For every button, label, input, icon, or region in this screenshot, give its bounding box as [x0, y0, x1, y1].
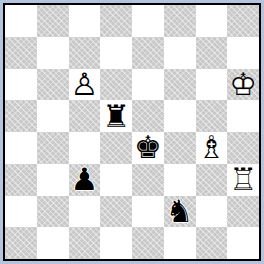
square-d7[interactable] [100, 37, 132, 69]
square-a2[interactable] [5, 196, 37, 228]
square-g6[interactable] [196, 69, 228, 101]
white-king-icon: ♔ [227, 69, 259, 101]
square-c4[interactable] [69, 132, 101, 164]
square-b4[interactable] [37, 132, 69, 164]
square-e3[interactable] [132, 164, 164, 196]
square-f8[interactable] [164, 5, 196, 37]
square-d6[interactable] [100, 69, 132, 101]
square-d8[interactable] [100, 5, 132, 37]
white-rook-icon: ♖ [227, 164, 259, 196]
square-f5[interactable] [164, 100, 196, 132]
white-king-fill-icon: ♚ [227, 69, 259, 101]
square-g2[interactable] [196, 196, 228, 228]
black-pawn-icon: ♟ [69, 164, 101, 196]
square-g7[interactable] [196, 37, 228, 69]
square-c2[interactable] [69, 196, 101, 228]
square-h6[interactable]: ♚♔ [227, 69, 259, 101]
square-h2[interactable] [227, 196, 259, 228]
square-f2[interactable]: ♞ [164, 196, 196, 228]
square-a3[interactable] [5, 164, 37, 196]
square-g4[interactable]: ♝♗ [196, 132, 228, 164]
square-c8[interactable] [69, 5, 101, 37]
white-bishop-icon: ♗ [196, 132, 228, 164]
square-a8[interactable] [5, 5, 37, 37]
square-e5[interactable] [132, 100, 164, 132]
square-b2[interactable] [37, 196, 69, 228]
square-f4[interactable] [164, 132, 196, 164]
square-g1[interactable] [196, 227, 228, 259]
square-c7[interactable] [69, 37, 101, 69]
black-pawn[interactable]: ♟ [69, 164, 101, 196]
square-c1[interactable] [69, 227, 101, 259]
square-b6[interactable] [37, 69, 69, 101]
square-b5[interactable] [37, 100, 69, 132]
board-frame: ♟♙♚♔♜♚♝♗♟♜♖♞ [0, 0, 264, 264]
square-d2[interactable] [100, 196, 132, 228]
square-g5[interactable] [196, 100, 228, 132]
white-pawn[interactable]: ♟♙ [69, 69, 101, 101]
square-e7[interactable] [132, 37, 164, 69]
square-a7[interactable] [5, 37, 37, 69]
square-e2[interactable] [132, 196, 164, 228]
board-border: ♟♙♚♔♜♚♝♗♟♜♖♞ [3, 3, 261, 261]
square-a4[interactable] [5, 132, 37, 164]
square-d5[interactable]: ♜ [100, 100, 132, 132]
square-f6[interactable] [164, 69, 196, 101]
white-pawn-fill-icon: ♟ [69, 69, 101, 101]
square-e8[interactable] [132, 5, 164, 37]
square-a5[interactable] [5, 100, 37, 132]
black-rook-icon: ♜ [100, 100, 132, 132]
square-b3[interactable] [37, 164, 69, 196]
white-rook[interactable]: ♜♖ [227, 164, 259, 196]
white-bishop-fill-icon: ♝ [196, 132, 228, 164]
white-pawn-icon: ♙ [69, 69, 101, 101]
square-h8[interactable] [227, 5, 259, 37]
square-a6[interactable] [5, 69, 37, 101]
square-c5[interactable] [69, 100, 101, 132]
square-b7[interactable] [37, 37, 69, 69]
square-f7[interactable] [164, 37, 196, 69]
square-g8[interactable] [196, 5, 228, 37]
square-d4[interactable] [100, 132, 132, 164]
square-h7[interactable] [227, 37, 259, 69]
square-e4[interactable]: ♚ [132, 132, 164, 164]
square-d3[interactable] [100, 164, 132, 196]
square-a1[interactable] [5, 227, 37, 259]
square-e6[interactable] [132, 69, 164, 101]
square-h3[interactable]: ♜♖ [227, 164, 259, 196]
square-f1[interactable] [164, 227, 196, 259]
white-rook-fill-icon: ♜ [227, 164, 259, 196]
square-c3[interactable]: ♟ [69, 164, 101, 196]
square-d1[interactable] [100, 227, 132, 259]
white-king[interactable]: ♚♔ [227, 69, 259, 101]
square-h4[interactable] [227, 132, 259, 164]
square-g3[interactable] [196, 164, 228, 196]
black-king-icon: ♚ [132, 132, 164, 164]
black-knight-icon: ♞ [164, 196, 196, 228]
square-f3[interactable] [164, 164, 196, 196]
white-bishop[interactable]: ♝♗ [196, 132, 228, 164]
square-h5[interactable] [227, 100, 259, 132]
square-e1[interactable] [132, 227, 164, 259]
black-knight[interactable]: ♞ [164, 196, 196, 228]
square-c6[interactable]: ♟♙ [69, 69, 101, 101]
chess-board: ♟♙♚♔♜♚♝♗♟♜♖♞ [5, 5, 259, 259]
black-rook[interactable]: ♜ [100, 100, 132, 132]
square-b8[interactable] [37, 5, 69, 37]
square-h1[interactable] [227, 227, 259, 259]
square-b1[interactable] [37, 227, 69, 259]
black-king[interactable]: ♚ [132, 132, 164, 164]
